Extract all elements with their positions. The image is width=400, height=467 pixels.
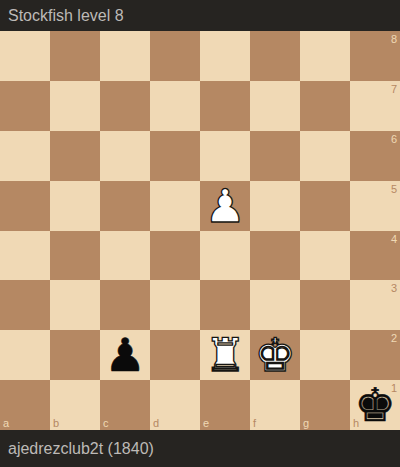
square-b3[interactable] [50, 280, 100, 330]
square-e4[interactable] [200, 231, 250, 281]
square-a7[interactable] [0, 81, 50, 131]
piece-white-king[interactable]: ♚ [250, 330, 300, 380]
square-g8[interactable] [300, 31, 350, 81]
square-f6[interactable] [250, 131, 300, 181]
square-c4[interactable] [100, 231, 150, 281]
opponent-name: Stockfish level 8 [8, 7, 124, 25]
square-g1[interactable]: g [300, 380, 350, 430]
square-d7[interactable] [150, 81, 200, 131]
square-g3[interactable] [300, 280, 350, 330]
square-b7[interactable] [50, 81, 100, 131]
rank-label-5: 5 [391, 184, 397, 195]
rank-label-2: 2 [391, 333, 397, 344]
square-g5[interactable] [300, 181, 350, 231]
square-h1[interactable]: 1h♚ [350, 380, 400, 430]
file-label-d: d [153, 418, 159, 429]
square-h4[interactable]: 4 [350, 231, 400, 281]
square-b5[interactable] [50, 181, 100, 231]
square-h3[interactable]: 3 [350, 280, 400, 330]
square-c2[interactable]: ♟ [100, 330, 150, 380]
square-h6[interactable]: 6 [350, 131, 400, 181]
square-h8[interactable]: 8 [350, 31, 400, 81]
square-e1[interactable]: e [200, 380, 250, 430]
square-d5[interactable] [150, 181, 200, 231]
rank-label-7: 7 [391, 84, 397, 95]
square-e8[interactable] [200, 31, 250, 81]
square-h7[interactable]: 7 [350, 81, 400, 131]
square-b2[interactable] [50, 330, 100, 380]
square-c5[interactable] [100, 181, 150, 231]
file-label-c: c [103, 418, 109, 429]
square-a4[interactable] [0, 231, 50, 281]
chess-game-screen: Stockfish level 8 876♟543♟♜♚2abcdefg1h♚ … [0, 0, 400, 467]
square-b4[interactable] [50, 231, 100, 281]
player-name: ajedrezclub2t (1840) [8, 440, 154, 458]
square-f7[interactable] [250, 81, 300, 131]
square-g6[interactable] [300, 131, 350, 181]
piece-white-pawn[interactable]: ♟ [200, 181, 250, 231]
square-f1[interactable]: f [250, 380, 300, 430]
piece-black-pawn[interactable]: ♟ [100, 330, 150, 380]
square-f3[interactable] [250, 280, 300, 330]
square-c3[interactable] [100, 280, 150, 330]
opponent-bar: Stockfish level 8 [0, 0, 400, 31]
square-d3[interactable] [150, 280, 200, 330]
square-f5[interactable] [250, 181, 300, 231]
square-f2[interactable]: ♚ [250, 330, 300, 380]
square-c8[interactable] [100, 31, 150, 81]
square-e6[interactable] [200, 131, 250, 181]
square-e2[interactable]: ♜ [200, 330, 250, 380]
rank-label-8: 8 [391, 34, 397, 45]
square-g7[interactable] [300, 81, 350, 131]
square-b8[interactable] [50, 31, 100, 81]
square-d1[interactable]: d [150, 380, 200, 430]
square-d6[interactable] [150, 131, 200, 181]
rank-label-3: 3 [391, 283, 397, 294]
player-bar: ajedrezclub2t (1840) [0, 430, 400, 467]
square-g4[interactable] [300, 231, 350, 281]
square-c6[interactable] [100, 131, 150, 181]
square-e3[interactable] [200, 280, 250, 330]
file-label-f: f [253, 418, 256, 429]
piece-white-rook[interactable]: ♜ [200, 330, 250, 380]
square-a2[interactable] [0, 330, 50, 380]
square-g2[interactable] [300, 330, 350, 380]
square-c1[interactable]: c [100, 380, 150, 430]
chess-board: 876♟543♟♜♚2abcdefg1h♚ [0, 31, 400, 430]
square-d2[interactable] [150, 330, 200, 380]
square-h5[interactable]: 5 [350, 181, 400, 231]
square-a6[interactable] [0, 131, 50, 181]
square-a5[interactable] [0, 181, 50, 231]
file-label-e: e [203, 418, 209, 429]
square-b1[interactable]: b [50, 380, 100, 430]
square-a3[interactable] [0, 280, 50, 330]
rank-label-6: 6 [391, 134, 397, 145]
square-e7[interactable] [200, 81, 250, 131]
file-label-b: b [53, 418, 59, 429]
square-f4[interactable] [250, 231, 300, 281]
square-h2[interactable]: 2 [350, 330, 400, 380]
square-f8[interactable] [250, 31, 300, 81]
square-a8[interactable] [0, 31, 50, 81]
piece-black-king[interactable]: ♚ [350, 380, 400, 430]
file-label-a: a [3, 418, 9, 429]
file-label-g: g [303, 418, 309, 429]
square-c7[interactable] [100, 81, 150, 131]
square-b6[interactable] [50, 131, 100, 181]
square-e5[interactable]: ♟ [200, 181, 250, 231]
square-d4[interactable] [150, 231, 200, 281]
square-d8[interactable] [150, 31, 200, 81]
rank-label-4: 4 [391, 234, 397, 245]
square-a1[interactable]: a [0, 380, 50, 430]
